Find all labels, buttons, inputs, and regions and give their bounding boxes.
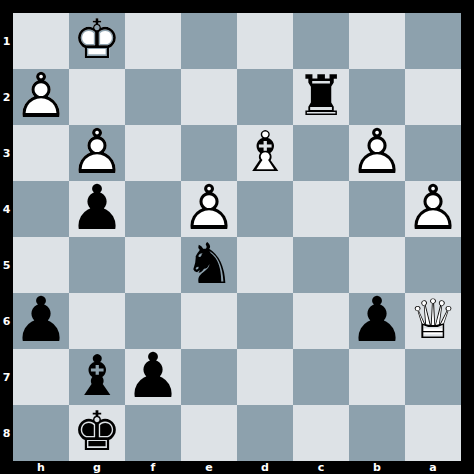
square-e7[interactable] (181, 349, 237, 405)
white-king-g1[interactable]: ♚♔ (69, 13, 125, 69)
square-g5[interactable] (69, 237, 125, 293)
pawn-glyph: ♟ (349, 292, 405, 348)
square-a8[interactable] (405, 405, 461, 461)
file-label-b: b (349, 461, 405, 474)
file-labels: hgfedcba (13, 461, 461, 474)
pawn-outline-glyph: ♙ (405, 180, 461, 236)
square-c5[interactable] (293, 237, 349, 293)
square-h6[interactable]: ♟ (13, 293, 69, 349)
square-a5[interactable] (405, 237, 461, 293)
square-b3[interactable]: ♟♙ (349, 125, 405, 181)
square-d1[interactable] (237, 13, 293, 69)
square-e2[interactable] (181, 69, 237, 125)
square-g4[interactable]: ♟ (69, 181, 125, 237)
black-king-g8[interactable]: ♚ (69, 405, 125, 461)
rank-label-4: 4 (0, 181, 13, 237)
square-f5[interactable] (125, 237, 181, 293)
rank-label-8: 8 (0, 405, 13, 461)
file-label-g: g (69, 461, 125, 474)
square-h4[interactable] (13, 181, 69, 237)
chess-board-frame: 12345678 ♚♔♟♙♜♟♙♝♗♟♙♟♟♙♟♙♞♟♟♛♕♝♟♚ hgfedc… (0, 0, 474, 474)
square-c8[interactable] (293, 405, 349, 461)
black-pawn-b6[interactable]: ♟ (349, 293, 405, 349)
square-c2[interactable]: ♜ (293, 69, 349, 125)
square-d6[interactable] (237, 293, 293, 349)
square-f4[interactable] (125, 181, 181, 237)
file-label-c: c (293, 461, 349, 474)
square-a1[interactable] (405, 13, 461, 69)
pawn-outline-glyph: ♙ (13, 68, 69, 124)
square-e5[interactable]: ♞ (181, 237, 237, 293)
black-bishop-g7[interactable]: ♝ (69, 349, 125, 405)
square-f7[interactable]: ♟ (125, 349, 181, 405)
pawn-outline-glyph: ♙ (181, 180, 237, 236)
square-c4[interactable] (293, 181, 349, 237)
square-b6[interactable]: ♟ (349, 293, 405, 349)
square-d7[interactable] (237, 349, 293, 405)
rank-label-1: 1 (0, 13, 13, 69)
square-e8[interactable] (181, 405, 237, 461)
square-c7[interactable] (293, 349, 349, 405)
rank-label-2: 2 (0, 69, 13, 125)
black-rook-c2[interactable]: ♜ (293, 69, 349, 125)
rank-labels: 12345678 (0, 13, 13, 461)
square-a4[interactable]: ♟♙ (405, 181, 461, 237)
bishop-glyph: ♝ (69, 348, 125, 404)
square-b8[interactable] (349, 405, 405, 461)
white-bishop-d3[interactable]: ♝♗ (237, 125, 293, 181)
rank-label-3: 3 (0, 125, 13, 181)
square-d8[interactable] (237, 405, 293, 461)
square-h3[interactable] (13, 125, 69, 181)
knight-glyph: ♞ (181, 236, 237, 292)
square-c6[interactable] (293, 293, 349, 349)
rank-label-5: 5 (0, 237, 13, 293)
square-f8[interactable] (125, 405, 181, 461)
square-c3[interactable] (293, 125, 349, 181)
king-outline-glyph: ♔ (69, 12, 125, 68)
square-a7[interactable] (405, 349, 461, 405)
file-label-h: h (13, 461, 69, 474)
black-knight-e5[interactable]: ♞ (181, 237, 237, 293)
white-pawn-e4[interactable]: ♟♙ (181, 181, 237, 237)
square-a2[interactable] (405, 69, 461, 125)
queen-outline-glyph: ♕ (405, 292, 461, 348)
square-f3[interactable] (125, 125, 181, 181)
rank-label-6: 6 (0, 293, 13, 349)
square-h7[interactable] (13, 349, 69, 405)
king-glyph: ♚ (69, 404, 125, 460)
square-h8[interactable] (13, 405, 69, 461)
square-b1[interactable] (349, 13, 405, 69)
square-d5[interactable] (237, 237, 293, 293)
square-g7[interactable]: ♝ (69, 349, 125, 405)
rank-label-7: 7 (0, 349, 13, 405)
white-queen-a6[interactable]: ♛♕ (405, 293, 461, 349)
file-label-f: f (125, 461, 181, 474)
square-g6[interactable] (69, 293, 125, 349)
black-pawn-f7[interactable]: ♟ (125, 349, 181, 405)
pawn-glyph: ♟ (13, 292, 69, 348)
square-f1[interactable] (125, 13, 181, 69)
file-label-d: d (237, 461, 293, 474)
pawn-glyph: ♟ (69, 180, 125, 236)
square-e1[interactable] (181, 13, 237, 69)
square-b7[interactable] (349, 349, 405, 405)
white-pawn-b3[interactable]: ♟♙ (349, 125, 405, 181)
bishop-outline-glyph: ♗ (237, 124, 293, 180)
file-label-a: a (405, 461, 461, 474)
white-pawn-h2[interactable]: ♟♙ (13, 69, 69, 125)
pawn-outline-glyph: ♙ (349, 124, 405, 180)
square-e6[interactable] (181, 293, 237, 349)
white-pawn-a4[interactable]: ♟♙ (405, 181, 461, 237)
rook-glyph: ♜ (293, 68, 349, 124)
square-e4[interactable]: ♟♙ (181, 181, 237, 237)
black-pawn-g4[interactable]: ♟ (69, 181, 125, 237)
square-g8[interactable]: ♚ (69, 405, 125, 461)
square-a6[interactable]: ♛♕ (405, 293, 461, 349)
square-c1[interactable] (293, 13, 349, 69)
square-d4[interactable] (237, 181, 293, 237)
square-d2[interactable] (237, 69, 293, 125)
square-b4[interactable] (349, 181, 405, 237)
square-f2[interactable] (125, 69, 181, 125)
file-label-e: e (181, 461, 237, 474)
square-g1[interactable]: ♚♔ (69, 13, 125, 69)
pawn-glyph: ♟ (125, 348, 181, 404)
chess-board: ♚♔♟♙♜♟♙♝♗♟♙♟♟♙♟♙♞♟♟♛♕♝♟♚ (13, 13, 461, 461)
square-h2[interactable]: ♟♙ (13, 69, 69, 125)
square-d3[interactable]: ♝♗ (237, 125, 293, 181)
black-pawn-h6[interactable]: ♟ (13, 293, 69, 349)
